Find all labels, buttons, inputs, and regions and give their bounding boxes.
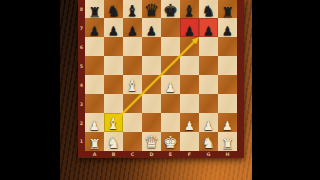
square-e7[interactable]: [161, 18, 180, 37]
piece-black-pawn: ♟: [104, 25, 123, 37]
piece-white-pawn: ♟: [199, 120, 218, 132]
square-g7[interactable]: ♟: [199, 18, 218, 37]
square-c5[interactable]: [123, 56, 142, 75]
rank-label-2: 2: [79, 115, 85, 130]
file-label-b: B: [106, 152, 121, 158]
square-a2[interactable]: ♟: [85, 113, 104, 132]
video-frame: 87654321 ♜♞♝♛♚♝♞♜♟♟♟♟♟♟♟♝♟♟♝♟♟♟♜♞♛♚♞♜ AB…: [0, 0, 320, 180]
square-d4[interactable]: [142, 75, 161, 94]
square-c1[interactable]: [123, 132, 142, 151]
file-label-a: A: [87, 152, 102, 158]
square-c3[interactable]: [123, 94, 142, 113]
piece-white-pawn: ♟: [85, 120, 104, 132]
square-f5[interactable]: [180, 56, 199, 75]
square-d7[interactable]: ♟: [142, 18, 161, 37]
file-labels: ABCDEFGH: [85, 151, 237, 158]
file-label-g: G: [201, 152, 216, 158]
rank-label-4: 4: [79, 77, 85, 92]
square-b8[interactable]: ♞: [104, 0, 123, 18]
square-d2[interactable]: [142, 113, 161, 132]
piece-black-bishop: ♝: [180, 4, 199, 20]
square-e3[interactable]: [161, 94, 180, 113]
piece-white-pawn: ♟: [161, 82, 180, 94]
file-label-h: H: [220, 152, 235, 158]
square-a4[interactable]: [85, 75, 104, 94]
square-h2[interactable]: ♟: [218, 113, 237, 132]
piece-white-queen: ♛: [142, 134, 161, 151]
piece-black-pawn: ♟: [123, 25, 142, 37]
square-d3[interactable]: [142, 94, 161, 113]
square-a5[interactable]: [85, 56, 104, 75]
square-g1[interactable]: ♞: [199, 132, 218, 151]
square-f7[interactable]: ♟: [180, 18, 199, 37]
square-c6[interactable]: [123, 37, 142, 56]
square-a6[interactable]: [85, 37, 104, 56]
piece-black-pawn: ♟: [218, 25, 237, 37]
square-c2[interactable]: [123, 113, 142, 132]
square-b4[interactable]: [104, 75, 123, 94]
piece-black-rook: ♜: [85, 6, 104, 20]
square-a8[interactable]: ♜: [85, 0, 104, 18]
piece-black-pawn: ♟: [142, 25, 161, 37]
square-b6[interactable]: [104, 37, 123, 56]
square-d5[interactable]: [142, 56, 161, 75]
piece-white-rook: ♜: [218, 138, 237, 152]
rank-label-7: 7: [79, 20, 85, 35]
chess-board: 87654321 ♜♞♝♛♚♝♞♜♟♟♟♟♟♟♟♝♟♟♝♟♟♟♜♞♛♚♞♜ AB…: [78, 0, 244, 158]
piece-black-knight: ♞: [199, 4, 218, 19]
square-b3[interactable]: [104, 94, 123, 113]
file-label-c: C: [125, 152, 140, 158]
piece-white-king: ♚: [161, 135, 180, 152]
square-h4[interactable]: [218, 75, 237, 94]
square-c8[interactable]: ♝: [123, 0, 142, 18]
piece-black-pawn: ♟: [199, 25, 218, 37]
square-c7[interactable]: ♟: [123, 18, 142, 37]
file-label-e: E: [163, 152, 178, 158]
square-g4[interactable]: [199, 75, 218, 94]
square-e4[interactable]: ♟: [161, 75, 180, 94]
rank-label-3: 3: [79, 96, 85, 111]
square-f3[interactable]: [180, 94, 199, 113]
square-h8[interactable]: ♜: [218, 0, 237, 18]
rank-label-8: 8: [79, 2, 85, 16]
square-f6[interactable]: [180, 37, 199, 56]
piece-white-pawn: ♟: [180, 120, 199, 132]
piece-black-king: ♚: [161, 3, 180, 20]
piece-white-bishop: ♝: [104, 117, 123, 133]
file-label-f: F: [182, 152, 197, 158]
piece-black-rook: ♜: [218, 6, 237, 20]
rank-label-1: 1: [79, 134, 85, 149]
square-g8[interactable]: ♞: [199, 0, 218, 18]
square-e1[interactable]: ♚: [161, 132, 180, 151]
square-e6[interactable]: [161, 37, 180, 56]
square-d8[interactable]: ♛: [142, 0, 161, 18]
square-h5[interactable]: [218, 56, 237, 75]
piece-black-pawn: ♟: [180, 25, 199, 37]
square-a7[interactable]: ♟: [85, 18, 104, 37]
square-d6[interactable]: [142, 37, 161, 56]
square-b7[interactable]: ♟: [104, 18, 123, 37]
square-f8[interactable]: ♝: [180, 0, 199, 18]
square-g5[interactable]: [199, 56, 218, 75]
square-e5[interactable]: [161, 56, 180, 75]
square-e2[interactable]: [161, 113, 180, 132]
square-g2[interactable]: ♟: [199, 113, 218, 132]
square-f1[interactable]: [180, 132, 199, 151]
square-a3[interactable]: [85, 94, 104, 113]
square-h6[interactable]: [218, 37, 237, 56]
piece-black-pawn: ♟: [85, 25, 104, 37]
piece-black-knight: ♞: [104, 4, 123, 19]
square-b5[interactable]: [104, 56, 123, 75]
square-g3[interactable]: [199, 94, 218, 113]
rank-label-5: 5: [79, 58, 85, 73]
square-h1[interactable]: ♜: [218, 132, 237, 151]
piece-white-bishop: ♝: [123, 79, 142, 95]
square-e8[interactable]: ♚: [161, 0, 180, 18]
piece-white-rook: ♜: [85, 138, 104, 152]
rank-label-6: 6: [79, 39, 85, 54]
piece-black-bishop: ♝: [123, 4, 142, 20]
file-label-d: D: [144, 152, 159, 158]
square-c4[interactable]: ♝: [123, 75, 142, 94]
board-grid[interactable]: ♜♞♝♛♚♝♞♜♟♟♟♟♟♟♟♝♟♟♝♟♟♟♜♞♛♚♞♜: [85, 0, 237, 151]
square-h3[interactable]: [218, 94, 237, 113]
piece-white-knight: ♞: [199, 136, 218, 151]
piece-black-queen: ♛: [142, 2, 161, 19]
square-f2[interactable]: ♟: [180, 113, 199, 132]
rank-labels: 87654321: [78, 0, 85, 151]
square-b2[interactable]: ♝: [104, 113, 123, 132]
piece-white-knight: ♞: [104, 136, 123, 151]
piece-white-pawn: ♟: [218, 120, 237, 132]
square-a1[interactable]: ♜: [85, 132, 104, 151]
square-f4[interactable]: [180, 75, 199, 94]
square-h7[interactable]: ♟: [218, 18, 237, 37]
square-d1[interactable]: ♛: [142, 132, 161, 151]
square-b1[interactable]: ♞: [104, 132, 123, 151]
square-g6[interactable]: [199, 37, 218, 56]
